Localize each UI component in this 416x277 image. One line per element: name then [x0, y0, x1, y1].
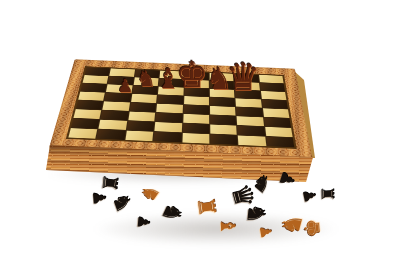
pile-piece: ♝: [218, 217, 239, 236]
pile-piece: ♟: [256, 224, 273, 240]
pile-piece: ♟: [90, 190, 108, 207]
pile-piece: ♞: [243, 202, 269, 226]
pile-piece: ♞: [137, 180, 164, 206]
photo-scene: ♟♞♝♚♞♛ ♜♟♞♟♞♛♞♟♞♟♜♞♜♝♞♚♟: [0, 0, 416, 277]
pile-piece: ♟: [134, 214, 151, 230]
piece-pile: ♜♟♞♟♞♛♞♟♞♟♜♞♜♝♞♚♟: [0, 0, 416, 277]
pile-piece: ♟: [300, 187, 319, 204]
pile-piece: ♞: [157, 199, 187, 227]
pile-piece: ♞: [108, 190, 135, 216]
pile-piece: ♜: [193, 195, 219, 219]
pile-piece: ♜: [318, 186, 336, 202]
pile-piece: ♚: [302, 218, 325, 239]
pile-piece: ♟: [276, 169, 298, 190]
